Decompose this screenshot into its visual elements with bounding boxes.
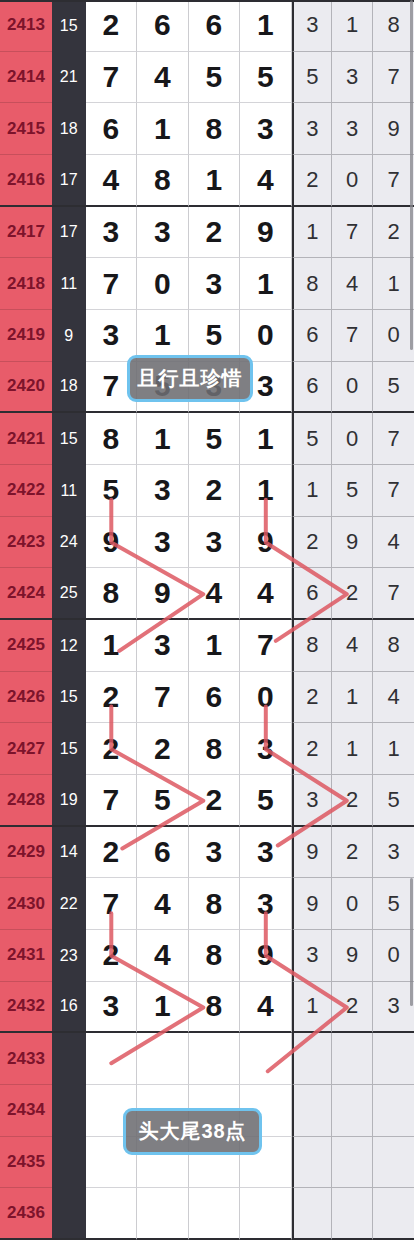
extra-cell — [292, 1137, 333, 1189]
digit-cell — [86, 1033, 138, 1085]
digit-cell: 5 — [240, 775, 292, 827]
digit-cell: 5 — [189, 310, 241, 362]
annotation-tag-1[interactable]: 且行且珍惜 — [127, 355, 253, 402]
digit-cell: 1 — [137, 413, 189, 465]
digit-cell: 9 — [86, 517, 138, 569]
chart-row-2413: 2413152661318 — [0, 0, 414, 52]
sum-cell: 17 — [52, 207, 86, 259]
digit-cell: 5 — [86, 465, 138, 517]
digit-cell: 3 — [86, 982, 138, 1034]
extra-cell: 9 — [373, 103, 414, 155]
digit-cell — [240, 1188, 292, 1240]
extra-cell: 9 — [292, 878, 333, 930]
extra-cell: 8 — [373, 620, 414, 672]
extra-cell: 1 — [332, 0, 373, 52]
digit-cell: 6 — [189, 672, 241, 724]
extra-cell: 5 — [332, 465, 373, 517]
digit-cell: 1 — [189, 620, 241, 672]
extra-cell: 5 — [373, 775, 414, 827]
digit-cell: 4 — [137, 930, 189, 982]
sum-cell — [52, 1188, 86, 1240]
extra-cell: 3 — [373, 827, 414, 879]
digit-cell: 1 — [189, 155, 241, 207]
digit-cell: 8 — [137, 155, 189, 207]
extra-cell: 3 — [332, 52, 373, 104]
digit-cell — [240, 1033, 292, 1085]
digit-cell: 3 — [137, 620, 189, 672]
sum-cell: 17 — [52, 155, 86, 207]
sum-cell — [52, 1033, 86, 1085]
sum-cell: 22 — [52, 878, 86, 930]
extra-cell: 7 — [373, 52, 414, 104]
sum-cell: 9 — [52, 310, 86, 362]
sum-cell: 23 — [52, 930, 86, 982]
digit-cell: 2 — [137, 723, 189, 775]
lottery-trend-chart: 2413152661318241421745553724151861833392… — [0, 0, 414, 1240]
period-cell: 2413 — [0, 0, 52, 52]
digit-cell: 6 — [189, 0, 241, 52]
extra-cell: 2 — [332, 982, 373, 1034]
extra-cell — [373, 1033, 414, 1085]
digit-cell: 9 — [240, 930, 292, 982]
chart-row-2418: 2418117031841 — [0, 258, 414, 310]
digit-cell: 1 — [137, 982, 189, 1034]
period-cell: 2422 — [0, 465, 52, 517]
chart-row-2421: 2421158151507 — [0, 413, 414, 465]
extra-cell: 3 — [292, 0, 333, 52]
extra-cell: 5 — [292, 413, 333, 465]
extra-cell — [332, 1188, 373, 1240]
extra-cell: 0 — [373, 930, 414, 982]
extra-cell: 2 — [292, 155, 333, 207]
extra-cell: 2 — [332, 568, 373, 620]
extra-cell: 8 — [373, 0, 414, 52]
digit-cell: 3 — [240, 878, 292, 930]
period-cell: 2435 — [0, 1137, 52, 1189]
digit-cell: 3 — [189, 258, 241, 310]
sum-cell: 16 — [52, 982, 86, 1034]
digit-cell: 3 — [137, 465, 189, 517]
extra-cell: 3 — [332, 103, 373, 155]
digit-cell: 8 — [189, 982, 241, 1034]
digit-cell: 3 — [240, 103, 292, 155]
digit-cell: 3 — [189, 827, 241, 879]
sum-cell: 15 — [52, 672, 86, 724]
period-cell: 2430 — [0, 878, 52, 930]
period-cell: 2436 — [0, 1188, 52, 1240]
extra-cell: 2 — [373, 207, 414, 259]
period-cell: 2431 — [0, 930, 52, 982]
period-cell: 2416 — [0, 155, 52, 207]
digit-cell: 2 — [189, 207, 241, 259]
digit-cell: 3 — [240, 827, 292, 879]
digit-cell: 2 — [189, 775, 241, 827]
extra-cell: 4 — [373, 517, 414, 569]
extra-cell: 4 — [332, 620, 373, 672]
period-cell: 2423 — [0, 517, 52, 569]
digit-cell: 1 — [240, 465, 292, 517]
extra-cell: 9 — [292, 827, 333, 879]
chart-row-2419: 241993150670 — [0, 310, 414, 362]
digit-cell: 8 — [189, 723, 241, 775]
chart-row-2430: 2430227483905 — [0, 878, 414, 930]
extra-cell: 2 — [292, 723, 333, 775]
digit-cell: 3 — [86, 207, 138, 259]
period-cell: 2424 — [0, 568, 52, 620]
extra-cell: 0 — [332, 413, 373, 465]
extra-cell: 2 — [332, 827, 373, 879]
scrollbar-thumb-lower[interactable] — [410, 878, 413, 1006]
digit-cell: 2 — [86, 0, 138, 52]
extra-cell: 3 — [292, 930, 333, 982]
chart-row-2414: 2414217455537 — [0, 52, 414, 104]
digit-cell: 4 — [240, 155, 292, 207]
period-cell: 2420 — [0, 362, 52, 414]
digit-cell: 1 — [86, 620, 138, 672]
digit-cell: 4 — [86, 155, 138, 207]
extra-cell: 7 — [373, 413, 414, 465]
extra-cell — [292, 1188, 333, 1240]
period-cell: 2434 — [0, 1085, 52, 1137]
extra-cell: 7 — [373, 568, 414, 620]
extra-cell: 6 — [292, 310, 333, 362]
digit-cell: 2 — [189, 465, 241, 517]
extra-cell: 2 — [292, 672, 333, 724]
digit-cell: 4 — [240, 982, 292, 1034]
sum-cell: 24 — [52, 517, 86, 569]
extra-cell: 1 — [373, 723, 414, 775]
extra-cell: 7 — [373, 465, 414, 517]
chart-row-2428: 2428197525325 — [0, 775, 414, 827]
digit-cell: 2 — [86, 723, 138, 775]
extra-cell: 3 — [292, 775, 333, 827]
digit-cell: 8 — [189, 930, 241, 982]
extra-cell: 0 — [332, 362, 373, 414]
extra-cell: 4 — [373, 672, 414, 724]
chart-row-2433: 2433 — [0, 1033, 414, 1085]
digit-cell: 9 — [137, 568, 189, 620]
extra-cell: 8 — [292, 258, 333, 310]
extra-cell: 0 — [332, 155, 373, 207]
sum-cell: 11 — [52, 465, 86, 517]
extra-cell: 8 — [292, 620, 333, 672]
extra-cell: 1 — [292, 207, 333, 259]
digit-cell: 9 — [240, 207, 292, 259]
annotation-tag-2-label: 头大尾38点 — [138, 1118, 246, 1145]
digit-cell: 0 — [240, 672, 292, 724]
digit-cell: 3 — [86, 310, 138, 362]
chart-row-2417: 2417173329172 — [0, 207, 414, 259]
period-cell: 2417 — [0, 207, 52, 259]
extra-cell — [332, 1033, 373, 1085]
sum-cell: 19 — [52, 775, 86, 827]
digit-cell: 3 — [240, 723, 292, 775]
extra-cell — [373, 1188, 414, 1240]
chart-row-2432: 2432163184123 — [0, 982, 414, 1034]
chart-row-2427: 2427152283211 — [0, 723, 414, 775]
digit-cell: 4 — [137, 52, 189, 104]
period-cell: 2433 — [0, 1033, 52, 1085]
digit-cell: 3 — [137, 207, 189, 259]
period-cell: 2414 — [0, 52, 52, 104]
period-cell: 2415 — [0, 103, 52, 155]
digit-cell: 8 — [86, 568, 138, 620]
sum-cell: 18 — [52, 103, 86, 155]
digit-cell: 0 — [137, 258, 189, 310]
period-cell: 2429 — [0, 827, 52, 879]
digit-cell: 5 — [189, 413, 241, 465]
digit-cell: 9 — [240, 517, 292, 569]
period-cell: 2419 — [0, 310, 52, 362]
period-cell: 2421 — [0, 413, 52, 465]
extra-cell: 7 — [373, 155, 414, 207]
digit-cell: 3 — [137, 517, 189, 569]
digit-cell: 6 — [86, 103, 138, 155]
digit-cell: 1 — [240, 0, 292, 52]
chart-row-2423: 2423249339294 — [0, 517, 414, 569]
extra-cell: 1 — [332, 723, 373, 775]
extra-cell: 9 — [332, 930, 373, 982]
digit-cell: 7 — [137, 672, 189, 724]
digit-cell: 3 — [189, 517, 241, 569]
extra-cell: 1 — [332, 672, 373, 724]
extra-cell: 7 — [332, 310, 373, 362]
sum-cell: 11 — [52, 258, 86, 310]
digit-cell: 8 — [86, 413, 138, 465]
digit-cell: 7 — [86, 775, 138, 827]
sum-cell: 15 — [52, 0, 86, 52]
period-cell: 2432 — [0, 982, 52, 1034]
extra-cell: 2 — [332, 775, 373, 827]
period-cell: 2426 — [0, 672, 52, 724]
sum-cell: 18 — [52, 362, 86, 414]
digit-cell — [189, 1188, 241, 1240]
extra-cell: 7 — [332, 207, 373, 259]
extra-cell: 5 — [373, 878, 414, 930]
chart-row-2431: 2431232489390 — [0, 930, 414, 982]
digit-cell: 8 — [189, 103, 241, 155]
annotation-tag-1-label: 且行且珍惜 — [138, 365, 243, 392]
extra-cell: 9 — [332, 517, 373, 569]
digit-cell: 7 — [86, 878, 138, 930]
digit-cell: 1 — [137, 310, 189, 362]
digit-cell: 6 — [137, 827, 189, 879]
annotation-tag-2[interactable]: 头大尾38点 — [123, 1108, 262, 1155]
extra-cell: 1 — [373, 258, 414, 310]
extra-cell: 0 — [332, 878, 373, 930]
digit-cell — [86, 1188, 138, 1240]
extra-cell: 6 — [292, 568, 333, 620]
sum-cell: 15 — [52, 413, 86, 465]
digit-cell: 2 — [86, 930, 138, 982]
period-cell: 2418 — [0, 258, 52, 310]
sum-cell: 14 — [52, 827, 86, 879]
digit-cell: 5 — [189, 52, 241, 104]
digit-cell: 4 — [137, 878, 189, 930]
digit-cell: 1 — [137, 103, 189, 155]
digit-cell: 7 — [86, 258, 138, 310]
extra-cell: 1 — [292, 982, 333, 1034]
period-cell: 2428 — [0, 775, 52, 827]
extra-cell — [373, 1085, 414, 1137]
digit-cell: 4 — [189, 568, 241, 620]
digit-cell: 1 — [240, 413, 292, 465]
digit-cell: 2 — [86, 672, 138, 724]
digit-cell: 7 — [86, 52, 138, 104]
sum-cell: 15 — [52, 723, 86, 775]
extra-cell: 5 — [292, 52, 333, 104]
digit-cell: 7 — [240, 620, 292, 672]
digit-cell — [189, 1033, 241, 1085]
digit-cell: 4 — [240, 568, 292, 620]
extra-cell: 0 — [373, 310, 414, 362]
digit-cell: 5 — [240, 52, 292, 104]
extra-cell: 5 — [373, 362, 414, 414]
sum-cell: 12 — [52, 620, 86, 672]
extra-cell: 3 — [373, 982, 414, 1034]
digit-cell: 6 — [137, 0, 189, 52]
extra-cell: 3 — [292, 103, 333, 155]
extra-cell: 6 — [292, 362, 333, 414]
digit-cell: 8 — [189, 878, 241, 930]
chart-row-2415: 2415186183339 — [0, 103, 414, 155]
sum-cell: 21 — [52, 52, 86, 104]
digit-cell: 1 — [240, 258, 292, 310]
sum-cell — [52, 1137, 86, 1189]
extra-cell — [373, 1137, 414, 1189]
digit-cell — [137, 1188, 189, 1240]
period-cell: 2427 — [0, 723, 52, 775]
chart-row-2429: 2429142633923 — [0, 827, 414, 879]
chart-row-2426: 2426152760214 — [0, 672, 414, 724]
digit-cell — [137, 1033, 189, 1085]
chart-row-2424: 2424258944627 — [0, 568, 414, 620]
sum-cell: 25 — [52, 568, 86, 620]
sum-cell — [52, 1085, 86, 1137]
scrollbar-thumb-upper[interactable] — [410, 0, 413, 350]
chart-row-2422: 2422115321157 — [0, 465, 414, 517]
period-cell: 2425 — [0, 620, 52, 672]
extra-cell — [332, 1085, 373, 1137]
digit-cell: 2 — [86, 827, 138, 879]
extra-cell: 2 — [292, 517, 333, 569]
digit-cell: 5 — [137, 775, 189, 827]
extra-cell: 1 — [292, 465, 333, 517]
extra-cell — [292, 1085, 333, 1137]
extra-cell — [292, 1033, 333, 1085]
chart-row-2416: 2416174814207 — [0, 155, 414, 207]
digit-cell: 0 — [240, 310, 292, 362]
chart-row-2425: 2425121317848 — [0, 620, 414, 672]
chart-row-2436: 2436 — [0, 1188, 414, 1240]
group-divider-top — [0, 0, 414, 2]
extra-cell — [332, 1137, 373, 1189]
extra-cell: 4 — [332, 258, 373, 310]
